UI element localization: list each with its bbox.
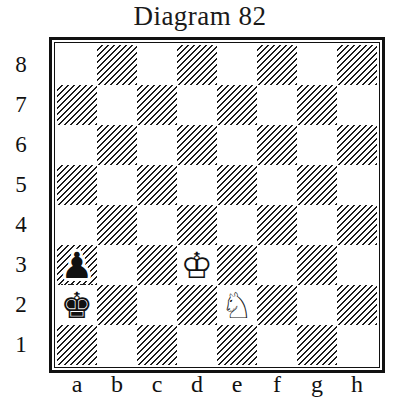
file-label-d: d [177,371,217,397]
square-g8 [297,45,337,85]
square-h8 [337,45,377,85]
square-f7 [257,85,297,125]
square-a6 [57,125,97,165]
square-a5 [57,165,97,205]
square-f2 [257,285,297,325]
square-d4 [177,205,217,245]
file-label-h: h [337,371,377,397]
square-e8 [217,45,257,85]
square-c3 [137,245,177,285]
diagram-title: Diagram 82 [0,1,400,32]
rank-label-2: 2 [6,285,36,325]
square-c1 [137,325,177,365]
square-b6 [97,125,137,165]
square-h1 [337,325,377,365]
square-f3 [257,245,297,285]
square-b8 [97,45,137,85]
square-f4 [257,205,297,245]
square-h3 [337,245,377,285]
square-d5 [177,165,217,205]
square-a1 [57,325,97,365]
square-c7 [137,85,177,125]
square-f5 [257,165,297,205]
square-f1 [257,325,297,365]
square-h2 [337,285,377,325]
square-e1 [217,325,257,365]
file-label-g: g [297,371,337,397]
square-g3 [297,245,337,285]
square-d8 [177,45,217,85]
square-c8 [137,45,177,85]
square-c5 [137,165,177,205]
square-b3 [97,245,137,285]
piece-white-knight-e2: ♘ [217,285,257,325]
square-d3: ♔ [177,245,217,285]
square-b4 [97,205,137,245]
square-b2 [97,285,137,325]
square-d7 [177,85,217,125]
piece-white-king-d3: ♔ [177,245,217,285]
board-squares: ♟♔♚♘ [57,45,377,365]
square-h7 [337,85,377,125]
file-labels: abcdefgh [57,371,377,397]
rank-label-8: 8 [6,45,36,85]
file-label-a: a [57,371,97,397]
square-d1 [177,325,217,365]
rank-label-5: 5 [6,165,36,205]
square-g7 [297,85,337,125]
square-a2: ♚ [57,285,97,325]
square-a3: ♟ [57,245,97,285]
file-label-e: e [217,371,257,397]
chess-board: ♟♔♚♘ [49,37,385,373]
square-b7 [97,85,137,125]
square-e4 [217,205,257,245]
square-g1 [297,325,337,365]
rank-label-4: 4 [6,205,36,245]
square-d2 [177,285,217,325]
square-e5 [217,165,257,205]
piece-black-pawn-a3: ♟ [57,245,97,285]
square-c6 [137,125,177,165]
square-a4 [57,205,97,245]
square-g4 [297,205,337,245]
file-label-f: f [257,371,297,397]
square-e3 [217,245,257,285]
square-h6 [337,125,377,165]
square-h4 [337,205,377,245]
square-e6 [217,125,257,165]
board-inner-border: ♟♔♚♘ [54,42,380,368]
square-g2 [297,285,337,325]
rank-labels: 87654321 [6,45,36,365]
square-c4 [137,205,177,245]
square-g6 [297,125,337,165]
piece-black-king-a2: ♚ [57,285,97,325]
square-f8 [257,45,297,85]
rank-label-1: 1 [6,325,36,365]
square-a8 [57,45,97,85]
square-e2: ♘ [217,285,257,325]
square-h5 [337,165,377,205]
file-label-c: c [137,371,177,397]
rank-label-7: 7 [6,85,36,125]
square-g5 [297,165,337,205]
square-d6 [177,125,217,165]
square-c2 [137,285,177,325]
square-f6 [257,125,297,165]
square-b1 [97,325,137,365]
file-label-b: b [97,371,137,397]
square-b5 [97,165,137,205]
square-e7 [217,85,257,125]
rank-label-6: 6 [6,125,36,165]
diagram-page: Diagram 82 87654321 ♟♔♚♘ abcdefgh [0,0,400,400]
square-a7 [57,85,97,125]
rank-label-3: 3 [6,245,36,285]
